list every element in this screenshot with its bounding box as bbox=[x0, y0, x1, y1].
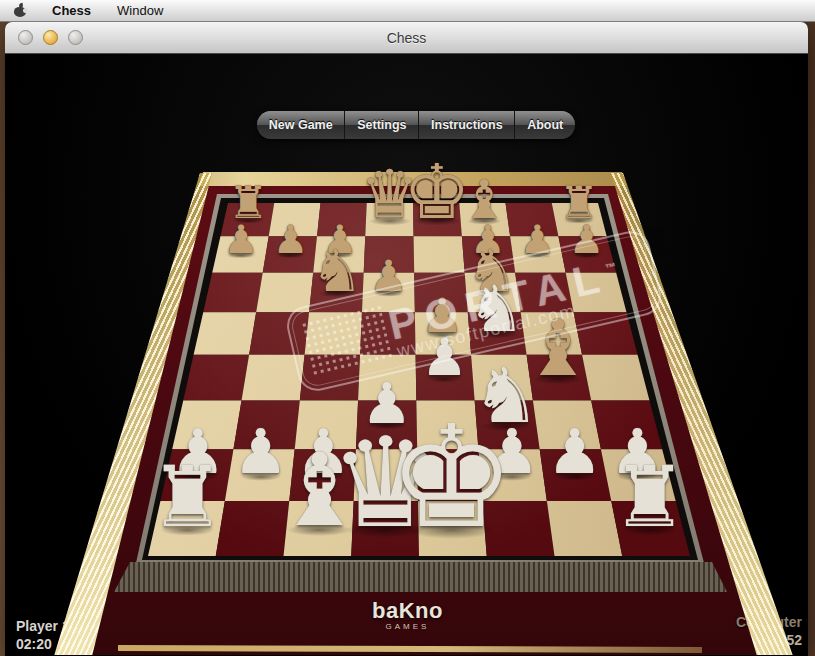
apple-menu-icon[interactable] bbox=[14, 4, 26, 17]
desktop: ChessWindow Chess baKno GAMES ♜♛♚♝♜♟♟♟♟♟… bbox=[0, 0, 815, 656]
menu-item-window[interactable]: Window bbox=[117, 3, 163, 18]
toolbar: New GameSettingsInstructionsAbout bbox=[257, 111, 575, 139]
menu-bar: ChessWindow bbox=[0, 0, 815, 22]
instructions-button[interactable]: Instructions bbox=[418, 111, 514, 139]
chess-scene: baKno GAMES ♜♛♚♝♜♟♟♟♟♟♟♞♟♞♟♞♟♝♟♞♟♟♟♟♟♟♜♝… bbox=[5, 54, 808, 655]
app-window: Chess baKno GAMES ♜♛♚♝♜♟♟♟♟♟♟♞♟♞♟♞♟♝♟♞♟♟… bbox=[5, 22, 808, 656]
menu-item-chess[interactable]: Chess bbox=[52, 3, 91, 18]
game-view: baKno GAMES ♜♛♚♝♜♟♟♟♟♟♟♞♟♞♟♞♟♝♟♞♟♟♟♟♟♟♜♝… bbox=[5, 54, 808, 655]
title-bar[interactable]: Chess bbox=[5, 22, 808, 54]
about-button[interactable]: About bbox=[514, 111, 575, 139]
watermark-dot-pattern bbox=[300, 304, 392, 377]
window-title: Chess bbox=[5, 30, 808, 46]
settings-button[interactable]: Settings bbox=[344, 111, 418, 139]
new-game-button[interactable]: New Game bbox=[257, 111, 344, 139]
